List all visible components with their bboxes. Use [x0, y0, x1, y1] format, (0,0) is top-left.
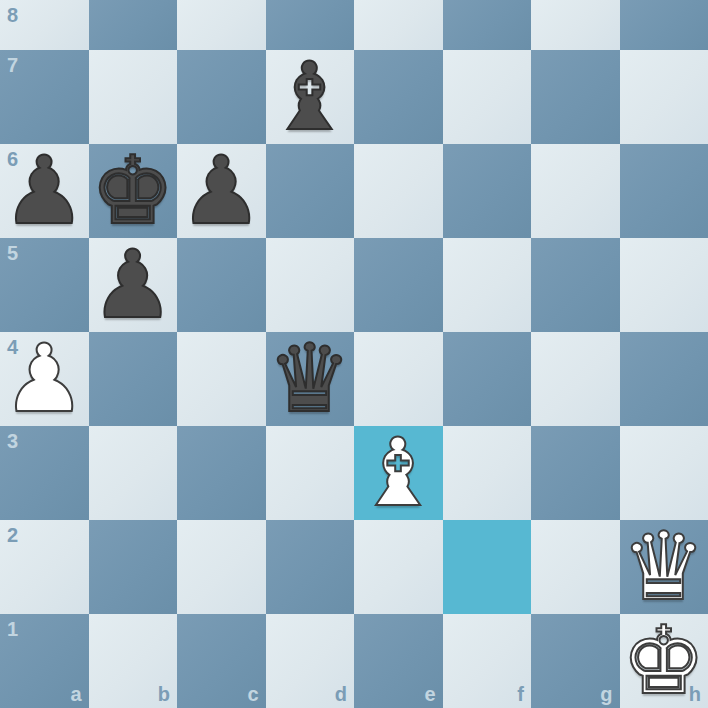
piece-white-pawn-a4[interactable]: ♟	[2, 332, 86, 426]
rank-label-7: 7	[7, 55, 18, 75]
file-label-b: b	[158, 684, 170, 704]
piece-black-pawn-b5[interactable]: ♟	[91, 238, 175, 332]
square-g2[interactable]	[531, 520, 620, 614]
square-h6[interactable]	[620, 144, 708, 238]
square-c2[interactable]	[177, 520, 266, 614]
piece-black-queen-d4[interactable]: ♛	[268, 332, 352, 426]
rank-label-1: 1	[7, 619, 18, 639]
rank-label-8: 8	[7, 5, 18, 25]
square-c3[interactable]	[177, 426, 266, 520]
square-e3[interactable]: ♝	[354, 426, 443, 520]
square-h8[interactable]	[620, 0, 708, 50]
square-c5[interactable]	[177, 238, 266, 332]
square-h7[interactable]	[620, 50, 708, 144]
square-a2[interactable]: 2	[0, 520, 89, 614]
piece-white-king-h1[interactable]: ♚	[622, 614, 706, 708]
square-a8[interactable]: 8	[0, 0, 89, 50]
square-c8[interactable]	[177, 0, 266, 50]
square-b3[interactable]	[89, 426, 178, 520]
file-label-d: d	[335, 684, 347, 704]
rank-label-3: 3	[7, 431, 18, 451]
piece-black-pawn-a6[interactable]: ♟	[2, 144, 86, 238]
square-g4[interactable]	[531, 332, 620, 426]
square-e2[interactable]	[354, 520, 443, 614]
square-b6[interactable]: ♚	[89, 144, 178, 238]
file-label-c: c	[247, 684, 258, 704]
square-f1[interactable]: f	[443, 614, 532, 708]
square-a6[interactable]: 6♟	[0, 144, 89, 238]
square-d3[interactable]	[266, 426, 355, 520]
piece-black-pawn-c6[interactable]: ♟	[179, 144, 263, 238]
square-e8[interactable]	[354, 0, 443, 50]
square-g3[interactable]	[531, 426, 620, 520]
square-e5[interactable]	[354, 238, 443, 332]
square-c6[interactable]: ♟	[177, 144, 266, 238]
file-label-a: a	[70, 684, 81, 704]
square-f8[interactable]	[443, 0, 532, 50]
square-g6[interactable]	[531, 144, 620, 238]
square-e1[interactable]: e	[354, 614, 443, 708]
square-d4[interactable]: ♛	[266, 332, 355, 426]
square-c1[interactable]: c	[177, 614, 266, 708]
file-label-f: f	[517, 684, 524, 704]
square-d7[interactable]: ♝	[266, 50, 355, 144]
square-d1[interactable]: d	[266, 614, 355, 708]
square-b5[interactable]: ♟	[89, 238, 178, 332]
square-e4[interactable]	[354, 332, 443, 426]
square-g1[interactable]: g	[531, 614, 620, 708]
square-g7[interactable]	[531, 50, 620, 144]
rank-label-5: 5	[7, 243, 18, 263]
square-d2[interactable]	[266, 520, 355, 614]
square-d6[interactable]	[266, 144, 355, 238]
rank-label-2: 2	[7, 525, 18, 545]
square-a4[interactable]: 4♟	[0, 332, 89, 426]
square-e6[interactable]	[354, 144, 443, 238]
piece-white-queen-h2[interactable]: ♛	[622, 520, 706, 614]
square-g5[interactable]	[531, 238, 620, 332]
square-d5[interactable]	[266, 238, 355, 332]
square-a7[interactable]: 7	[0, 50, 89, 144]
square-g8[interactable]	[531, 0, 620, 50]
piece-black-king-b6[interactable]: ♚	[91, 144, 175, 238]
square-b2[interactable]	[89, 520, 178, 614]
square-h1[interactable]: h♚	[620, 614, 708, 708]
piece-black-bishop-d7[interactable]: ♝	[268, 50, 352, 144]
file-label-e: e	[424, 684, 435, 704]
square-b7[interactable]	[89, 50, 178, 144]
square-a5[interactable]: 5	[0, 238, 89, 332]
square-f5[interactable]	[443, 238, 532, 332]
square-h5[interactable]	[620, 238, 708, 332]
chess-board: 87♝6♟♚♟5♟4♟♛3♝2♛1abcdefgh♚	[0, 0, 708, 708]
square-f4[interactable]	[443, 332, 532, 426]
file-label-g: g	[600, 684, 612, 704]
square-b8[interactable]	[89, 0, 178, 50]
square-f6[interactable]	[443, 144, 532, 238]
square-e7[interactable]	[354, 50, 443, 144]
square-f7[interactable]	[443, 50, 532, 144]
square-b1[interactable]: b	[89, 614, 178, 708]
piece-white-bishop-e3[interactable]: ♝	[356, 426, 440, 520]
square-h2[interactable]: ♛	[620, 520, 708, 614]
square-h4[interactable]	[620, 332, 708, 426]
square-c7[interactable]	[177, 50, 266, 144]
square-a1[interactable]: 1a	[0, 614, 89, 708]
square-b4[interactable]	[89, 332, 178, 426]
square-c4[interactable]	[177, 332, 266, 426]
square-h3[interactable]	[620, 426, 708, 520]
square-f2[interactable]	[443, 520, 532, 614]
square-f3[interactable]	[443, 426, 532, 520]
square-a3[interactable]: 3	[0, 426, 89, 520]
